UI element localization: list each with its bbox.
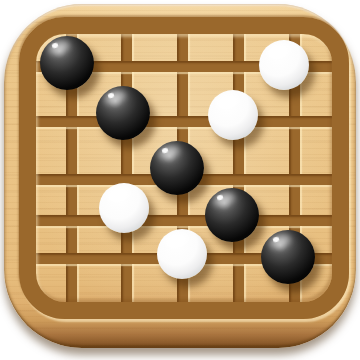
stone-white-c2r4	[99, 183, 149, 233]
stone-white-c4r2	[208, 90, 258, 140]
gomoku-app-icon[interactable]	[0, 0, 360, 360]
stone-white-c3r5	[157, 229, 207, 279]
stone-black-c4r4	[205, 188, 259, 242]
stone-black-c1r1	[40, 36, 94, 90]
stone-white-c5r1	[259, 40, 309, 90]
stone-black-c2r2	[96, 86, 150, 140]
wooden-board-body	[4, 4, 356, 348]
stone-black-c5r5	[261, 230, 315, 284]
stone-black-c3r3	[150, 141, 204, 195]
